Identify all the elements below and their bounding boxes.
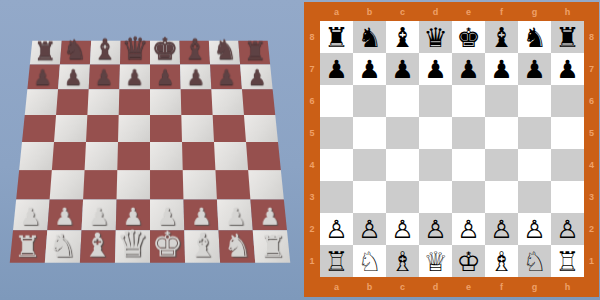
square3d-e8[interactable]: ♚ — [150, 41, 180, 65]
piece-c1-white-bishop[interactable]: ♝ — [80, 229, 115, 262]
piece-e7-black-pawn[interactable]: ♟ — [150, 67, 181, 88]
square3d-h2[interactable]: ♟ — [250, 200, 287, 231]
square3d-f8[interactable]: ♝ — [179, 41, 210, 65]
rank-label-1: 1 — [584, 245, 599, 277]
piece-b7-black-pawn[interactable]: ♟ — [58, 67, 89, 88]
piece-f2-white-pawn[interactable]: ♙ — [485, 213, 518, 245]
piece-h7-black-pawn[interactable]: ♟ — [551, 53, 584, 85]
square-f4[interactable] — [485, 149, 518, 181]
square3d-c3[interactable] — [83, 170, 117, 199]
square3d-b4[interactable] — [52, 142, 86, 170]
square3d-d8[interactable]: ♛ — [120, 41, 150, 65]
rank-label-8: 8 — [584, 21, 599, 53]
piece-g7-black-pawn[interactable]: ♟ — [518, 53, 551, 85]
square3d-f6[interactable] — [181, 89, 213, 115]
square3d-e6[interactable] — [150, 89, 181, 115]
square-e4[interactable] — [452, 149, 485, 181]
piece-e8-black-king[interactable]: ♚ — [150, 34, 180, 64]
square3d-a7[interactable]: ♟ — [27, 64, 60, 89]
piece-h2-white-pawn[interactable]: ♟ — [253, 206, 287, 230]
square3d-d7[interactable]: ♟ — [119, 64, 150, 89]
file-label-a: a — [320, 277, 353, 297]
square3d-b6[interactable] — [56, 89, 89, 115]
piece-c7-black-pawn[interactable]: ♟ — [386, 53, 419, 85]
piece-d1-white-queen[interactable]: ♕ — [419, 245, 452, 277]
piece-h1-white-rook[interactable]: ♜ — [255, 232, 290, 262]
square-g1[interactable]: ♘ — [518, 245, 551, 277]
piece-d1-white-queen[interactable]: ♛ — [115, 225, 150, 261]
piece-d7-black-pawn[interactable]: ♟ — [119, 67, 150, 88]
square-d4[interactable] — [419, 149, 452, 181]
piece-b8-black-knight[interactable]: ♞ — [353, 21, 386, 53]
square3d-a1[interactable]: ♜ — [10, 230, 48, 262]
square3d-a4[interactable] — [19, 142, 54, 170]
square-f2[interactable]: ♙ — [485, 213, 518, 245]
square3d-f7[interactable]: ♟ — [180, 64, 211, 89]
square-b3[interactable] — [353, 181, 386, 213]
square3d-c8[interactable]: ♝ — [90, 41, 121, 65]
square-a5[interactable] — [320, 117, 353, 149]
square-e5[interactable] — [452, 117, 485, 149]
square-e1[interactable]: ♔ — [452, 245, 485, 277]
piece-d8-black-queen[interactable]: ♛ — [120, 33, 150, 64]
piece-h2-white-pawn[interactable]: ♙ — [551, 213, 584, 245]
piece-f1-white-bishop[interactable]: ♗ — [485, 245, 518, 277]
square-c8[interactable]: ♝ — [386, 21, 419, 53]
square3d-d3[interactable] — [117, 170, 150, 199]
piece-b1-white-knight[interactable]: ♞ — [45, 230, 80, 262]
piece-b7-black-pawn[interactable]: ♟ — [353, 53, 386, 85]
board-2d: ♜♞♝♛♚♝♞♜♟♟♟♟♟♟♟♟♙♙♙♙♙♙♙♙♖♘♗♕♔♗♘♖ — [320, 21, 584, 277]
piece-c1-white-bishop[interactable]: ♗ — [386, 245, 419, 277]
file-label-c: c — [386, 2, 419, 21]
piece-a1-white-rook[interactable]: ♖ — [320, 245, 353, 277]
file-label-e: e — [452, 277, 485, 297]
square3d-a8[interactable]: ♜ — [30, 41, 62, 65]
piece-h7-black-pawn[interactable]: ♟ — [242, 67, 273, 88]
square-h4[interactable] — [551, 149, 584, 181]
square3d-c7[interactable]: ♟ — [89, 64, 120, 89]
square3d-g7[interactable]: ♟ — [210, 64, 242, 89]
piece-b1-white-knight[interactable]: ♘ — [353, 245, 386, 277]
square3d-c6[interactable] — [87, 89, 119, 115]
square-h7[interactable]: ♟ — [551, 53, 584, 85]
piece-g2-white-pawn[interactable]: ♙ — [518, 213, 551, 245]
piece-e2-white-pawn[interactable]: ♙ — [452, 213, 485, 245]
square-e3[interactable] — [452, 181, 485, 213]
square3d-h7[interactable]: ♟ — [240, 64, 273, 89]
piece-a7-black-pawn[interactable]: ♟ — [27, 67, 58, 88]
square-g5[interactable] — [518, 117, 551, 149]
rank-label-1: 1 — [304, 245, 320, 277]
square3d-e1[interactable]: ♚ — [150, 230, 185, 262]
square-g3[interactable] — [518, 181, 551, 213]
square-d6[interactable] — [419, 85, 452, 117]
piece-g1-white-knight[interactable]: ♘ — [518, 245, 551, 277]
square-e6[interactable] — [452, 85, 485, 117]
rank-label-7: 7 — [304, 53, 320, 85]
square-e2[interactable]: ♙ — [452, 213, 485, 245]
square-c2[interactable]: ♙ — [386, 213, 419, 245]
square3d-c4[interactable] — [85, 142, 118, 170]
square-f6[interactable] — [485, 85, 518, 117]
square3d-g5[interactable] — [213, 115, 246, 142]
square-a4[interactable] — [320, 149, 353, 181]
rank-label-3: 3 — [584, 181, 599, 213]
square3d-h8[interactable]: ♜ — [238, 41, 270, 65]
piece-a1-white-rook[interactable]: ♜ — [10, 232, 45, 262]
square-f1[interactable]: ♗ — [485, 245, 518, 277]
piece-b2-white-pawn[interactable]: ♙ — [353, 213, 386, 245]
board-3d: ♜♞♝♛♚♝♞♜♟♟♟♟♟♟♟♟♟♟♟♟♟♟♟♟♜♞♝♛♚♝♞♜ — [10, 41, 290, 263]
board-3d-scene: ♜♞♝♛♚♝♞♜♟♟♟♟♟♟♟♟♟♟♟♟♟♟♟♟♜♞♝♛♚♝♞♜ — [0, 18, 300, 300]
file-label-h: h — [551, 2, 584, 21]
square3d-g4[interactable] — [214, 142, 248, 170]
board-2d-panel: abcdefgh 87654321 ♜♞♝♛♚♝♞♜♟♟♟♟♟♟♟♟♙♙♙♙♙♙… — [304, 2, 599, 297]
square-e8[interactable]: ♚ — [452, 21, 485, 53]
square-d7[interactable]: ♟ — [419, 53, 452, 85]
square3d-d5[interactable] — [118, 115, 150, 142]
square-c5[interactable] — [386, 117, 419, 149]
square-a7[interactable]: ♟ — [320, 53, 353, 85]
square-f3[interactable] — [485, 181, 518, 213]
square-g8[interactable]: ♞ — [518, 21, 551, 53]
square-h8[interactable]: ♜ — [551, 21, 584, 53]
square-c3[interactable] — [386, 181, 419, 213]
square3d-b1[interactable]: ♞ — [45, 230, 82, 262]
file-label-c: c — [386, 277, 419, 297]
square-b6[interactable] — [353, 85, 386, 117]
rank-label-6: 6 — [584, 85, 599, 117]
piece-e1-white-king[interactable]: ♚ — [150, 227, 185, 262]
file-label-a: a — [320, 2, 353, 21]
square3d-a5[interactable] — [22, 115, 56, 142]
square-b1[interactable]: ♘ — [353, 245, 386, 277]
file-label-g: g — [518, 277, 551, 297]
square3d-g6[interactable] — [211, 89, 244, 115]
square3d-d1[interactable]: ♛ — [115, 230, 150, 262]
square-g2[interactable]: ♙ — [518, 213, 551, 245]
piece-c8-black-bishop[interactable]: ♝ — [386, 21, 419, 53]
square3d-e3[interactable] — [150, 170, 183, 199]
piece-f7-black-pawn[interactable]: ♟ — [485, 53, 518, 85]
piece-e8-black-king[interactable]: ♚ — [452, 21, 485, 53]
piece-g1-white-knight[interactable]: ♞ — [220, 230, 255, 262]
square3d-e7[interactable]: ♟ — [150, 64, 181, 89]
rank-label-5: 5 — [304, 117, 320, 149]
square3d-h6[interactable] — [242, 89, 275, 115]
square-h1[interactable]: ♖ — [551, 245, 584, 277]
file-label-b: b — [353, 2, 386, 21]
square-b7[interactable]: ♟ — [353, 53, 386, 85]
piece-e1-white-king[interactable]: ♔ — [452, 245, 485, 277]
rank-label-5: 5 — [584, 117, 599, 149]
square-f8[interactable]: ♝ — [485, 21, 518, 53]
file-label-d: d — [419, 2, 452, 21]
file-label-e: e — [452, 2, 485, 21]
file-labels-bottom: abcdefgh — [304, 277, 599, 297]
file-labels-top: abcdefgh — [304, 2, 599, 21]
piece-b8-black-knight[interactable]: ♞ — [60, 37, 90, 64]
piece-a2-white-pawn[interactable]: ♟ — [13, 206, 47, 230]
square3d-b5[interactable] — [54, 115, 87, 142]
square-a8[interactable]: ♜ — [320, 21, 353, 53]
square-g7[interactable]: ♟ — [518, 53, 551, 85]
square-d8[interactable]: ♛ — [419, 21, 452, 53]
square3d-d6[interactable] — [119, 89, 150, 115]
square-d2[interactable]: ♙ — [419, 213, 452, 245]
file-label-d: d — [419, 277, 452, 297]
square3d-b8[interactable]: ♞ — [60, 41, 91, 65]
piece-a8-black-rook[interactable]: ♜ — [30, 38, 60, 63]
rank-label-4: 4 — [304, 149, 320, 181]
piece-f8-black-bishop[interactable]: ♝ — [485, 21, 518, 53]
square-d3[interactable] — [419, 181, 452, 213]
square3d-c1[interactable]: ♝ — [80, 230, 116, 262]
square3d-c5[interactable] — [86, 115, 119, 142]
square3d-g3[interactable] — [215, 170, 250, 199]
square-d1[interactable]: ♕ — [419, 245, 452, 277]
square3d-b3[interactable] — [50, 170, 85, 199]
square3d-h4[interactable] — [246, 142, 281, 170]
square3d-a3[interactable] — [16, 170, 52, 199]
file-label-g: g — [518, 2, 551, 21]
square3d-f3[interactable] — [183, 170, 217, 199]
rank-labels-right: 87654321 — [584, 21, 599, 277]
rank-label-3: 3 — [304, 181, 320, 213]
piece-a8-black-rook[interactable]: ♜ — [320, 21, 353, 53]
square-g4[interactable] — [518, 149, 551, 181]
square-a1[interactable]: ♖ — [320, 245, 353, 277]
piece-d2-white-pawn[interactable]: ♙ — [419, 213, 452, 245]
rank-label-8: 8 — [304, 21, 320, 53]
piece-c7-black-pawn[interactable]: ♟ — [89, 67, 120, 88]
square3d-b7[interactable]: ♟ — [58, 64, 90, 89]
square-b8[interactable]: ♞ — [353, 21, 386, 53]
square-c4[interactable] — [386, 149, 419, 181]
piece-h8-black-rook[interactable]: ♜ — [551, 21, 584, 53]
square-b4[interactable] — [353, 149, 386, 181]
square3d-h3[interactable] — [248, 170, 284, 199]
piece-h1-white-rook[interactable]: ♖ — [551, 245, 584, 277]
piece-f1-white-bishop[interactable]: ♝ — [185, 229, 220, 262]
piece-g7-black-pawn[interactable]: ♟ — [211, 67, 242, 88]
square3d-f5[interactable] — [181, 115, 214, 142]
piece-d8-black-queen[interactable]: ♛ — [419, 21, 452, 53]
piece-f7-black-pawn[interactable]: ♟ — [181, 67, 212, 88]
piece-c2-white-pawn[interactable]: ♙ — [386, 213, 419, 245]
square-a6[interactable] — [320, 85, 353, 117]
board-2d-middle: 87654321 ♜♞♝♛♚♝♞♜♟♟♟♟♟♟♟♟♙♙♙♙♙♙♙♙♖♘♗♕♔♗♘… — [304, 21, 599, 277]
rank-label-2: 2 — [304, 213, 320, 245]
rank-label-4: 4 — [584, 149, 599, 181]
square3d-g1[interactable]: ♞ — [218, 230, 255, 262]
piece-a7-black-pawn[interactable]: ♟ — [320, 53, 353, 85]
square-d5[interactable] — [419, 117, 452, 149]
rank-label-7: 7 — [584, 53, 599, 85]
square-a2[interactable]: ♙ — [320, 213, 353, 245]
square-h5[interactable] — [551, 117, 584, 149]
square3d-f1[interactable]: ♝ — [184, 230, 220, 262]
square3d-e4[interactable] — [150, 142, 183, 170]
piece-h8-black-rook[interactable]: ♜ — [240, 38, 270, 63]
piece-e7-black-pawn[interactable]: ♟ — [452, 53, 485, 85]
square3d-h1[interactable]: ♜ — [253, 230, 291, 262]
square-f5[interactable] — [485, 117, 518, 149]
square3d-a6[interactable] — [25, 89, 58, 115]
piece-f8-black-bishop[interactable]: ♝ — [180, 36, 210, 64]
piece-c8-black-bishop[interactable]: ♝ — [90, 36, 120, 64]
square-a3[interactable] — [320, 181, 353, 213]
square3d-e5[interactable] — [150, 115, 182, 142]
square-c6[interactable] — [386, 85, 419, 117]
file-label-f: f — [485, 277, 518, 297]
file-label-h: h — [551, 277, 584, 297]
rank-label-2: 2 — [584, 213, 599, 245]
square-h6[interactable] — [551, 85, 584, 117]
square-h2[interactable]: ♙ — [551, 213, 584, 245]
piece-g8-black-knight[interactable]: ♞ — [210, 37, 240, 64]
square-h3[interactable] — [551, 181, 584, 213]
square3d-h5[interactable] — [244, 115, 278, 142]
square3d-a2[interactable]: ♟ — [13, 200, 50, 231]
square3d-g8[interactable]: ♞ — [209, 41, 240, 65]
square3d-f4[interactable] — [182, 142, 215, 170]
square-e7[interactable]: ♟ — [452, 53, 485, 85]
rank-label-6: 6 — [304, 85, 320, 117]
square-c1[interactable]: ♗ — [386, 245, 419, 277]
file-label-b: b — [353, 277, 386, 297]
piece-g8-black-knight[interactable]: ♞ — [518, 21, 551, 53]
piece-d7-black-pawn[interactable]: ♟ — [419, 53, 452, 85]
square-b5[interactable] — [353, 117, 386, 149]
square-c7[interactable]: ♟ — [386, 53, 419, 85]
rank-labels-left: 87654321 — [304, 21, 320, 277]
square-g6[interactable] — [518, 85, 551, 117]
piece-a2-white-pawn[interactable]: ♙ — [320, 213, 353, 245]
square3d-d4[interactable] — [117, 142, 150, 170]
square-b2[interactable]: ♙ — [353, 213, 386, 245]
file-label-f: f — [485, 2, 518, 21]
square-f7[interactable]: ♟ — [485, 53, 518, 85]
board-3d-view: ♜♞♝♛♚♝♞♜♟♟♟♟♟♟♟♟♟♟♟♟♟♟♟♟♜♞♝♛♚♝♞♜ — [0, 0, 300, 300]
